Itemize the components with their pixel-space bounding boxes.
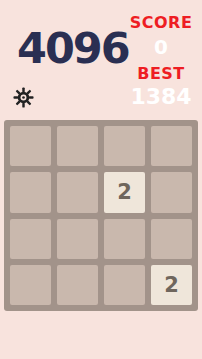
settings-button[interactable]	[13, 87, 34, 108]
board-cell-empty	[10, 126, 51, 166]
board-cell-empty	[151, 172, 192, 212]
board-cell-empty	[10, 172, 51, 212]
board-cell-empty	[151, 126, 192, 166]
game-title: 4096	[17, 27, 129, 70]
gear-icon	[13, 87, 34, 108]
board-cell-empty	[104, 126, 145, 166]
tile-2: 2	[151, 265, 192, 305]
tile-2: 2	[104, 172, 145, 212]
board-cell-empty	[104, 219, 145, 259]
board-cell-empty	[10, 265, 51, 305]
board-cell-empty	[57, 265, 98, 305]
best-value: 1384	[130, 86, 191, 108]
score-label: SCORE	[130, 15, 193, 31]
board-cell-empty	[57, 172, 98, 212]
board-cell-empty	[57, 126, 98, 166]
board-cell-empty	[57, 219, 98, 259]
score-panel: SCORE 0 BEST 1384	[128, 15, 194, 108]
board-cell-empty	[10, 219, 51, 259]
board-cell-empty	[151, 219, 192, 259]
board-cell-empty	[104, 265, 145, 305]
best-label: BEST	[137, 66, 185, 82]
score-value: 0	[154, 37, 168, 57]
board[interactable]: 22	[4, 120, 198, 311]
